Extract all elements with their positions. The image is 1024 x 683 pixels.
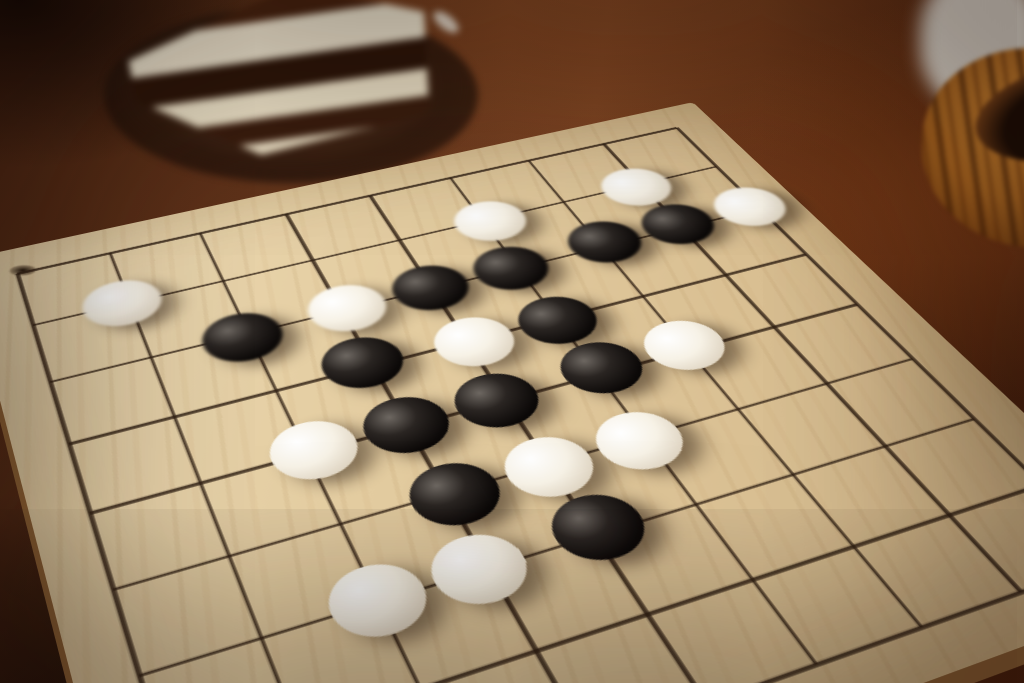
board-face	[0, 102, 1024, 683]
board-anchor	[205, 100, 805, 683]
white-stone[interactable]	[581, 404, 697, 479]
board-grid[interactable]	[0, 102, 1024, 683]
go-board	[0, 102, 1024, 683]
white-stone[interactable]	[259, 413, 369, 489]
white-stone[interactable]	[443, 195, 537, 247]
grid-hline	[138, 418, 975, 678]
grid-hline	[168, 484, 1024, 683]
white-stone[interactable]	[418, 524, 542, 615]
black-stone[interactable]	[352, 389, 462, 462]
black-stone[interactable]	[547, 335, 656, 402]
black-stone[interactable]	[193, 306, 292, 369]
white-stone[interactable]	[630, 314, 739, 378]
white-stone[interactable]	[491, 428, 608, 506]
black-stone[interactable]	[462, 240, 560, 296]
white-stone[interactable]	[299, 278, 397, 338]
white-stone[interactable]	[423, 310, 527, 374]
white-stone[interactable]	[76, 274, 169, 334]
black-stone[interactable]	[442, 366, 552, 436]
black-stone[interactable]	[537, 485, 660, 570]
black-stone[interactable]	[312, 330, 415, 396]
white-stone[interactable]	[701, 182, 798, 232]
black-stone[interactable]	[555, 215, 653, 269]
black-stone[interactable]	[397, 454, 514, 535]
scene	[0, 0, 1024, 683]
black-stone[interactable]	[382, 259, 480, 317]
white-stone[interactable]	[315, 554, 439, 649]
grid-hline	[201, 557, 1024, 683]
spoon-glint	[430, 7, 462, 37]
